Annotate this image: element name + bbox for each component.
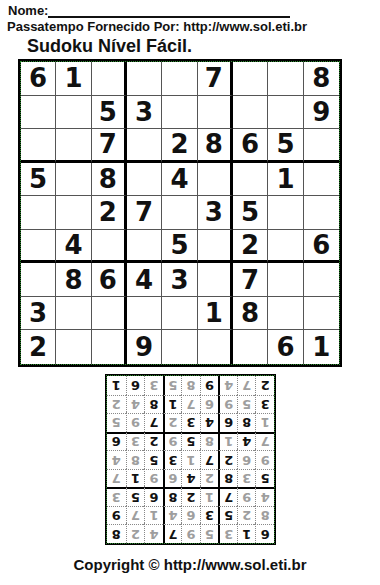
puzzle-cell-r7c2: 8 [56,263,91,297]
solution-cell-r4c4: 2 [200,469,219,488]
puzzle-cell-r5c1 [21,196,56,230]
solution-cell-r9c4: 9 [200,376,219,395]
solution-cell-r6c2: 4 [237,432,256,451]
solution-cell-r7c2: 8 [237,413,256,432]
puzzle-cell-r9c7 [233,330,268,364]
puzzle-cell-r5c4: 7 [127,196,162,230]
puzzle-cell-r6c1 [21,230,56,264]
solution-cell-r3c5: 2 [181,487,200,506]
puzzle-cell-r8c5 [162,297,197,331]
sudoku-puzzle-grid: 617853972865584127354526864373182961 [18,59,342,367]
puzzle-cell-r6c5: 5 [162,230,197,264]
puzzle-cell-r6c6 [198,230,233,264]
solution-cell-r7c3: 6 [218,413,237,432]
solution-cell-r7c8: 9 [126,413,145,432]
puzzle-cell-r3c1 [21,129,56,163]
solution-cell-r5c6: 3 [163,450,182,469]
puzzle-cell-r5c8 [268,196,303,230]
name-blank-line [48,2,290,18]
solution-cell-r9c2: 7 [237,376,256,395]
puzzle-cell-r5c2 [56,196,91,230]
puzzle-cell-r8c8 [268,297,303,331]
solution-cell-r2c5: 6 [181,506,200,525]
solution-cell-r4c1: 5 [255,469,274,488]
copyright-line: Copyright © http://www.sol.eti.br [0,556,380,573]
puzzle-cell-r8c4 [127,297,162,331]
solution-cell-r9c6: 5 [163,376,182,395]
solution-cell-r1c1: 6 [255,524,274,543]
puzzle-cell-r6c3 [92,230,127,264]
puzzle-cell-r3c5: 2 [162,129,197,163]
solution-cell-r4c5: 4 [181,469,200,488]
puzzle-cell-r6c4 [127,230,162,264]
puzzle-cell-r7c1 [21,263,56,297]
solution-cell-r6c7: 2 [144,432,163,451]
solution-cell-r6c4: 8 [200,432,219,451]
puzzle-cell-r1c7 [233,62,268,96]
solution-cell-r5c5: 1 [181,450,200,469]
solution-cell-r6c8: 3 [126,432,145,451]
puzzle-cell-r3c8: 5 [268,129,303,163]
solution-cell-r1c6: 7 [163,524,182,543]
puzzle-cell-r5c3: 2 [92,196,127,230]
puzzle-cell-r7c6 [198,263,233,297]
puzzle-cell-r5c5 [162,196,197,230]
solution-cell-r8c9: 2 [107,395,126,414]
puzzle-cell-r5c6: 3 [198,196,233,230]
solution-cell-r4c3: 8 [218,469,237,488]
puzzle-cell-r3c4 [127,129,162,163]
puzzle-cell-r6c2: 4 [56,230,91,264]
puzzle-cell-r9c9: 1 [304,330,339,364]
solution-cell-r3c6: 8 [163,487,182,506]
puzzle-cell-r4c1: 5 [21,163,56,197]
solution-cell-r5c3: 2 [218,450,237,469]
puzzle-cell-r3c2 [56,129,91,163]
puzzle-cell-r2c7 [233,96,268,130]
puzzle-cell-r1c4 [127,62,162,96]
solution-cell-r8c7: 8 [144,395,163,414]
solution-cell-r9c7: 3 [144,376,163,395]
solution-cell-r3c1: 4 [255,487,274,506]
name-label: Nome: [8,3,48,18]
solution-cell-r8c5: 7 [181,395,200,414]
puzzle-cell-r9c1: 2 [21,330,56,364]
solution-cell-r8c8: 4 [126,395,145,414]
puzzle-cell-r9c4: 9 [127,330,162,364]
puzzle-cell-r8c9 [304,297,339,331]
solution-cell-r9c9: 1 [107,376,126,395]
solution-cell-r1c2: 1 [237,524,256,543]
solution-cell-r5c9: 4 [107,450,126,469]
solution-cell-r2c1: 8 [255,506,274,525]
puzzle-cell-r7c8 [268,263,303,297]
solution-cell-r4c6: 6 [163,469,182,488]
puzzle-cell-r2c4: 3 [127,96,162,130]
solution-cell-r6c6: 9 [163,432,182,451]
puzzle-cell-r8c7: 8 [233,297,268,331]
solution-cell-r9c3: 4 [218,376,237,395]
page-title: Sudoku Nível Fácil. [27,36,192,57]
puzzle-cell-r9c8: 6 [268,330,303,364]
solution-cell-r3c2: 9 [237,487,256,506]
puzzle-cell-r2c2 [56,96,91,130]
solution-cell-r2c8: 7 [126,506,145,525]
puzzle-cell-r6c8 [268,230,303,264]
name-line: Nome: [8,2,290,18]
solution-cell-r7c4: 4 [200,413,219,432]
puzzle-cell-r8c2 [56,297,91,331]
solution-cell-r1c4: 5 [200,524,219,543]
puzzle-cell-r8c1: 3 [21,297,56,331]
solution-cell-r3c9: 3 [107,487,126,506]
solution-cell-r8c4: 6 [200,395,219,414]
puzzle-cell-r6c9: 6 [304,230,339,264]
solution-cell-r3c4: 1 [200,487,219,506]
solution-cell-r4c8: 1 [126,469,145,488]
solution-cell-r4c7: 9 [144,469,163,488]
puzzle-cell-r7c4: 4 [127,263,162,297]
puzzle-cell-r5c7: 5 [233,196,268,230]
solution-cell-r5c2: 6 [237,450,256,469]
solution-cell-r2c3: 5 [218,506,237,525]
solution-cell-r7c6: 2 [163,413,182,432]
solution-cell-r2c7: 1 [144,506,163,525]
solution-cell-r5c7: 5 [144,450,163,469]
puzzle-cell-r1c9: 8 [304,62,339,96]
solution-cell-r9c5: 8 [181,376,200,395]
solution-cell-r3c7: 6 [144,487,163,506]
solution-cell-r4c9: 7 [107,469,126,488]
puzzle-cell-r2c3: 5 [92,96,127,130]
puzzle-cell-r1c3 [92,62,127,96]
puzzle-cell-r3c7: 6 [233,129,268,163]
puzzle-cell-r1c1: 6 [21,62,56,96]
puzzle-cell-r7c9 [304,263,339,297]
puzzle-cell-r7c5: 3 [162,263,197,297]
sudoku-solution-grid-upside-down: 6135974288253641794971286535382469179627… [105,374,276,545]
puzzle-cell-r2c9: 9 [304,96,339,130]
solution-cell-r8c6: 1 [163,395,182,414]
solution-cell-r2c2: 2 [237,506,256,525]
puzzle-cell-r2c6 [198,96,233,130]
solution-cell-r2c4: 3 [200,506,219,525]
puzzle-cell-r1c2: 1 [56,62,91,96]
puzzle-cell-r6c7: 2 [233,230,268,264]
solution-cell-r8c1: 3 [255,395,274,414]
solution-cell-r6c1: 7 [255,432,274,451]
solution-cell-r6c3: 1 [218,432,237,451]
solution-cell-r6c5: 5 [181,432,200,451]
puzzle-cell-r4c9 [304,163,339,197]
solution-cell-r3c3: 7 [218,487,237,506]
puzzle-cell-r2c1 [21,96,56,130]
puzzle-cell-r4c4 [127,163,162,197]
puzzle-cell-r4c2 [56,163,91,197]
puzzle-cell-r4c6 [198,163,233,197]
solution-cell-r7c9: 5 [107,413,126,432]
solution-cell-r5c4: 7 [200,450,219,469]
puzzle-cell-r7c3: 6 [92,263,127,297]
puzzle-cell-r7c7: 7 [233,263,268,297]
puzzle-cell-r8c6: 1 [198,297,233,331]
puzzle-cell-r1c8 [268,62,303,96]
solution-cell-r4c2: 3 [237,469,256,488]
puzzle-cell-r5c9 [304,196,339,230]
solution-cell-r9c8: 6 [126,376,145,395]
solution-cell-r2c9: 9 [107,506,126,525]
puzzle-cell-r4c7 [233,163,268,197]
puzzle-cell-r4c8: 1 [268,163,303,197]
solution-cell-r8c3: 9 [218,395,237,414]
puzzle-cell-r4c3: 8 [92,163,127,197]
puzzle-cell-r9c6 [198,330,233,364]
puzzle-cell-r4c5: 4 [162,163,197,197]
puzzle-cell-r9c5 [162,330,197,364]
provider-line: Passatempo Fornecido Por: http://www.sol… [7,19,307,34]
puzzle-cell-r3c9 [304,129,339,163]
solution-cell-r9c1: 2 [255,376,274,395]
solution-cell-r5c1: 9 [255,450,274,469]
solution-cell-r1c8: 2 [126,524,145,543]
puzzle-cell-r9c2 [56,330,91,364]
puzzle-cell-r1c6: 7 [198,62,233,96]
puzzle-cell-r2c8 [268,96,303,130]
puzzle-cell-r3c3: 7 [92,129,127,163]
solution-cell-r3c8: 5 [126,487,145,506]
solution-cell-r2c6: 4 [163,506,182,525]
solution-cell-r1c9: 8 [107,524,126,543]
puzzle-cell-r9c3 [92,330,127,364]
solution-cell-r8c2: 5 [237,395,256,414]
puzzle-cell-r2c5 [162,96,197,130]
solution-cell-r7c7: 7 [144,413,163,432]
solution-cell-r5c8: 8 [126,450,145,469]
solution-cell-r1c3: 3 [218,524,237,543]
puzzle-cell-r8c3 [92,297,127,331]
solution-cell-r7c5: 3 [181,413,200,432]
solution-cell-r1c7: 4 [144,524,163,543]
puzzle-cell-r1c5 [162,62,197,96]
puzzle-cell-r3c6: 8 [198,129,233,163]
solution-cell-r1c5: 9 [181,524,200,543]
solution-cell-r6c9: 6 [107,432,126,451]
solution-cell-r7c1: 1 [255,413,274,432]
